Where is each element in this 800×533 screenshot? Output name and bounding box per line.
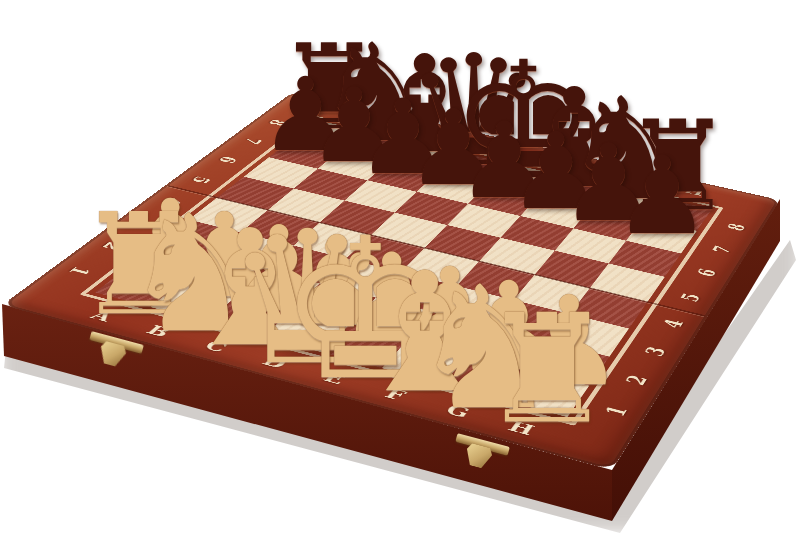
pieces-layer: ♜♞♝♛♚♝♞♜♟♟♟♟♟♟♟♟♟♟♟♟♟♟♟♟♜♞♝♛♚♝♞♜ xyxy=(0,0,800,533)
piece-black-pawn-h7[interactable]: ♟ xyxy=(614,142,711,250)
piece-white-rook-h1[interactable]: ♜ xyxy=(480,295,614,445)
photo-stage: AA11BB22CC33DD44EE55FF66GG77HH88 ♜♞♝♛♚♝♞… xyxy=(0,0,800,533)
